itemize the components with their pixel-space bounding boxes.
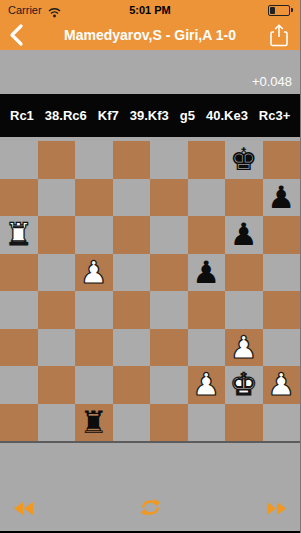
square-f2[interactable]: ♟ bbox=[188, 366, 226, 404]
piece-black-pawn-g6[interactable]: ♟ bbox=[225, 216, 263, 254]
square-g7[interactable] bbox=[225, 179, 263, 217]
square-a1[interactable] bbox=[0, 404, 38, 442]
navigation-bar: Mamedyarov,S - Giri,A 1-0 bbox=[0, 20, 300, 50]
square-e1[interactable] bbox=[150, 404, 188, 442]
move-token-5[interactable]: 40.Ke3 bbox=[206, 108, 248, 123]
piece-white-pawn-f2[interactable]: ♟ bbox=[188, 366, 226, 404]
square-b6[interactable] bbox=[38, 216, 76, 254]
square-e3[interactable] bbox=[150, 329, 188, 367]
square-a3[interactable] bbox=[0, 329, 38, 367]
move-token-4[interactable]: g5 bbox=[180, 108, 195, 123]
piece-white-pawn-h2[interactable]: ♟ bbox=[263, 366, 301, 404]
square-a8[interactable] bbox=[0, 141, 38, 179]
square-b1[interactable] bbox=[38, 404, 76, 442]
square-f1[interactable] bbox=[188, 404, 226, 442]
square-f4[interactable] bbox=[188, 291, 226, 329]
piece-black-pawn-f5[interactable]: ♟ bbox=[188, 254, 226, 292]
square-e5[interactable] bbox=[150, 254, 188, 292]
square-d7[interactable] bbox=[113, 179, 151, 217]
move-token-3[interactable]: 39.Kf3 bbox=[130, 108, 169, 123]
chess-board[interactable]: ♚♟♜♟♟♟♟♟♚♟♜ bbox=[0, 141, 300, 441]
piece-black-king-g8[interactable]: ♚ bbox=[225, 141, 263, 179]
rewind-button[interactable] bbox=[14, 501, 33, 519]
move-token-1[interactable]: 38.Rc6 bbox=[45, 108, 87, 123]
square-e6[interactable] bbox=[150, 216, 188, 254]
square-f8[interactable] bbox=[188, 141, 226, 179]
square-e7[interactable] bbox=[150, 179, 188, 217]
square-d4[interactable] bbox=[113, 291, 151, 329]
battery-icon bbox=[268, 5, 290, 16]
app-screen: Carrier 5:01 PM Mamedyarov,S - Giri,A 1-… bbox=[0, 0, 300, 533]
square-g5[interactable] bbox=[225, 254, 263, 292]
square-b7[interactable] bbox=[38, 179, 76, 217]
move-token-6[interactable]: Rc3+ bbox=[259, 108, 290, 123]
piece-white-pawn-g3[interactable]: ♟ bbox=[225, 329, 263, 367]
square-c6[interactable] bbox=[75, 216, 113, 254]
square-c7[interactable] bbox=[75, 179, 113, 217]
square-f6[interactable] bbox=[188, 216, 226, 254]
battery-fill bbox=[270, 7, 275, 14]
piece-black-rook-c1[interactable]: ♜ bbox=[75, 404, 113, 442]
square-b2[interactable] bbox=[38, 366, 76, 404]
share-button[interactable] bbox=[268, 23, 290, 48]
square-e2[interactable] bbox=[150, 366, 188, 404]
square-f7[interactable] bbox=[188, 179, 226, 217]
square-d2[interactable] bbox=[113, 366, 151, 404]
battery-nub bbox=[291, 8, 293, 12]
square-a4[interactable] bbox=[0, 291, 38, 329]
playback-controls bbox=[0, 443, 300, 531]
square-a5[interactable] bbox=[0, 254, 38, 292]
square-g6[interactable]: ♟ bbox=[225, 216, 263, 254]
square-h6[interactable] bbox=[263, 216, 301, 254]
square-c1[interactable]: ♜ bbox=[75, 404, 113, 442]
reload-icon[interactable] bbox=[139, 498, 162, 521]
square-d8[interactable] bbox=[113, 141, 151, 179]
square-c8[interactable] bbox=[75, 141, 113, 179]
square-h7[interactable]: ♟ bbox=[263, 179, 301, 217]
status-bar: Carrier 5:01 PM bbox=[0, 0, 300, 20]
piece-white-rook-a6[interactable]: ♜ bbox=[0, 216, 38, 254]
square-h1[interactable] bbox=[263, 404, 301, 442]
move-token-2[interactable]: Kf7 bbox=[98, 108, 119, 123]
square-a2[interactable] bbox=[0, 366, 38, 404]
square-e4[interactable] bbox=[150, 291, 188, 329]
square-c4[interactable] bbox=[75, 291, 113, 329]
square-b5[interactable] bbox=[38, 254, 76, 292]
square-h4[interactable] bbox=[263, 291, 301, 329]
square-b3[interactable] bbox=[38, 329, 76, 367]
square-a6[interactable]: ♜ bbox=[0, 216, 38, 254]
square-d5[interactable] bbox=[113, 254, 151, 292]
square-d3[interactable] bbox=[113, 329, 151, 367]
square-h3[interactable] bbox=[263, 329, 301, 367]
fast-forward-button[interactable] bbox=[267, 501, 286, 519]
square-g4[interactable] bbox=[225, 291, 263, 329]
square-h8[interactable] bbox=[263, 141, 301, 179]
evaluation-zone: +0.048 bbox=[0, 50, 300, 94]
square-d6[interactable] bbox=[113, 216, 151, 254]
move-list-bar[interactable]: Rc138.Rc6Kf739.Kf3g540.Ke3Rc3+41 bbox=[0, 94, 300, 137]
engine-evaluation: +0.048 bbox=[252, 74, 292, 89]
square-g3[interactable]: ♟ bbox=[225, 329, 263, 367]
clock-label: 5:01 PM bbox=[0, 4, 300, 16]
square-c2[interactable] bbox=[75, 366, 113, 404]
square-h5[interactable] bbox=[263, 254, 301, 292]
square-a7[interactable] bbox=[0, 179, 38, 217]
piece-white-king-g2[interactable]: ♚ bbox=[225, 366, 263, 404]
square-g1[interactable] bbox=[225, 404, 263, 442]
square-d1[interactable] bbox=[113, 404, 151, 442]
square-b4[interactable] bbox=[38, 291, 76, 329]
piece-white-pawn-c5[interactable]: ♟ bbox=[75, 254, 113, 292]
square-g2[interactable]: ♚ bbox=[225, 366, 263, 404]
square-f5[interactable]: ♟ bbox=[188, 254, 226, 292]
square-h2[interactable]: ♟ bbox=[263, 366, 301, 404]
square-f3[interactable] bbox=[188, 329, 226, 367]
square-c3[interactable] bbox=[75, 329, 113, 367]
square-e8[interactable] bbox=[150, 141, 188, 179]
square-g8[interactable]: ♚ bbox=[225, 141, 263, 179]
square-c5[interactable]: ♟ bbox=[75, 254, 113, 292]
square-b8[interactable] bbox=[38, 141, 76, 179]
page-title: Mamedyarov,S - Giri,A 1-0 bbox=[30, 27, 270, 43]
back-button[interactable] bbox=[6, 22, 30, 48]
piece-black-pawn-h7[interactable]: ♟ bbox=[263, 179, 301, 217]
move-token-0[interactable]: Rc1 bbox=[10, 108, 34, 123]
